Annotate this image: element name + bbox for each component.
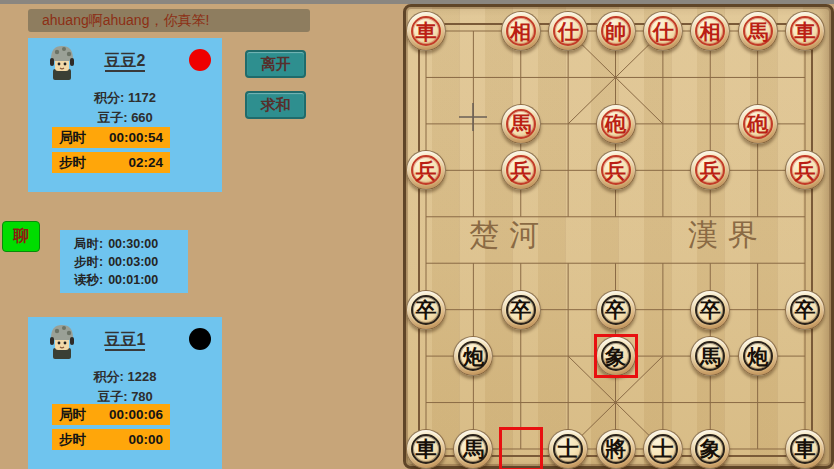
player-top-side-dot: [189, 49, 211, 71]
piece-character: 馬: [502, 105, 540, 143]
rule-move-time: 步时:00:03:00: [74, 253, 188, 271]
piece-character: 兵: [786, 151, 824, 189]
player-bottom-game-timer: 局时 00:00:06: [52, 404, 170, 425]
piece-character: 卒: [597, 291, 635, 329]
piece-character: 士: [644, 430, 682, 468]
piece-character: 卒: [502, 291, 540, 329]
move-timer-label: 步时: [59, 154, 86, 172]
piece-character: 仕: [644, 12, 682, 50]
piece-character: 帥: [597, 12, 635, 50]
piece-character: 馬: [454, 430, 492, 468]
game-timer-value: 00:00:06: [109, 407, 163, 422]
score-value: 1172: [128, 90, 156, 105]
piece-red-soldier[interactable]: 兵: [785, 150, 825, 190]
beans-value: 780: [131, 389, 153, 404]
last-move-to-highlight: [594, 334, 638, 378]
piece-character: 卒: [691, 291, 729, 329]
piece-black-soldier[interactable]: 卒: [501, 290, 541, 330]
game-timer-label: 局时: [59, 129, 86, 147]
leave-button[interactable]: 离开: [245, 50, 306, 78]
xiangqi-game-screen: ahuang啊ahuang，你真笨! 豆豆2 积分: 1172 豆子: 660 …: [0, 0, 834, 469]
move-timer-label: 步时: [59, 431, 86, 449]
piece-character: 車: [407, 12, 445, 50]
piece-red-elephant[interactable]: 相: [501, 11, 541, 51]
piece-character: 馬: [691, 337, 729, 375]
rule-label: 步时:: [74, 255, 103, 269]
piece-black-chariot[interactable]: 車: [406, 429, 446, 469]
chat-message-text: ahuang啊ahuang，你真笨!: [42, 12, 209, 30]
piece-character: 砲: [739, 105, 777, 143]
piece-red-advisor[interactable]: 仕: [548, 11, 588, 51]
player-top-move-timer: 步时 02:24: [52, 152, 170, 173]
piece-black-soldier[interactable]: 卒: [690, 290, 730, 330]
rule-value: 00:30:00: [108, 237, 158, 251]
player-top-beans-row: 豆子: 660: [28, 109, 222, 127]
piece-red-general[interactable]: 帥: [596, 11, 636, 51]
rule-value: 00:03:00: [108, 255, 158, 269]
piece-black-advisor[interactable]: 士: [548, 429, 588, 469]
player-bottom-side-dot: [189, 328, 211, 350]
piece-black-chariot[interactable]: 車: [785, 429, 825, 469]
piece-character: 士: [549, 430, 587, 468]
player-top-name-text: 豆豆2: [105, 52, 146, 72]
rule-byoyomi-time: 读秒:00:01:00: [74, 271, 188, 289]
piece-red-advisor[interactable]: 仕: [643, 11, 683, 51]
player-bottom-score-row: 积分: 1228: [28, 368, 222, 386]
river-label-right: 漢界: [688, 217, 768, 252]
player-top-score-row: 积分: 1172: [28, 89, 222, 107]
game-timer-label: 局时: [59, 406, 86, 424]
beans-label: 豆子:: [97, 110, 127, 125]
chat-message-banner: ahuang啊ahuang，你真笨!: [28, 9, 310, 32]
piece-character: 兵: [407, 151, 445, 189]
score-label: 积分:: [94, 90, 124, 105]
piece-black-soldier[interactable]: 卒: [785, 290, 825, 330]
rule-label: 局时:: [74, 237, 103, 251]
piece-red-chariot[interactable]: 車: [785, 11, 825, 51]
score-label: 积分:: [94, 369, 124, 384]
cursor-crosshair: [459, 103, 487, 131]
rule-label: 读秒:: [74, 273, 103, 287]
player-bottom-name-text: 豆豆1: [105, 331, 146, 351]
move-timer-value: 02:24: [128, 155, 163, 170]
piece-black-soldier[interactable]: 卒: [596, 290, 636, 330]
xiangqi-board[interactable]: 楚河漢界車相仕帥仕相馬車馬砲砲兵兵兵兵兵卒卒卒卒卒炮象馬炮車馬士將士象車: [403, 4, 834, 469]
piece-red-cannon[interactable]: 砲: [596, 104, 636, 144]
piece-black-soldier[interactable]: 卒: [406, 290, 446, 330]
piece-red-horse[interactable]: 馬: [738, 11, 778, 51]
piece-black-horse[interactable]: 馬: [453, 429, 493, 469]
move-timer-value: 00:00: [128, 432, 163, 447]
piece-black-general[interactable]: 將: [596, 429, 636, 469]
piece-black-advisor[interactable]: 士: [643, 429, 683, 469]
piece-character: 兵: [691, 151, 729, 189]
player-top-game-timer: 局时 00:00:54: [52, 127, 170, 148]
chat-button[interactable]: 聊: [2, 221, 40, 252]
score-value: 1228: [128, 369, 157, 384]
piece-character: 相: [691, 12, 729, 50]
piece-black-horse[interactable]: 馬: [690, 336, 730, 376]
game-timer-value: 00:00:54: [109, 130, 163, 145]
piece-black-cannon[interactable]: 炮: [738, 336, 778, 376]
piece-character: 兵: [502, 151, 540, 189]
piece-character: 車: [407, 430, 445, 468]
piece-character: 將: [597, 430, 635, 468]
piece-character: 卒: [786, 291, 824, 329]
piece-red-soldier[interactable]: 兵: [690, 150, 730, 190]
offer-draw-button[interactable]: 求和: [245, 91, 306, 119]
piece-red-elephant[interactable]: 相: [690, 11, 730, 51]
piece-character: 卒: [407, 291, 445, 329]
piece-black-cannon[interactable]: 炮: [453, 336, 493, 376]
beans-value: 660: [131, 110, 153, 125]
piece-character: 車: [786, 430, 824, 468]
piece-black-elephant[interactable]: 象: [690, 429, 730, 469]
piece-red-cannon[interactable]: 砲: [738, 104, 778, 144]
player-panel-bottom: 豆豆1 积分: 1228 豆子: 780 局时 00:00:06 步时 00:0…: [28, 317, 222, 469]
beans-label: 豆子:: [97, 389, 127, 404]
board-grid: 楚河漢界: [406, 7, 831, 466]
piece-character: 兵: [597, 151, 635, 189]
piece-red-chariot[interactable]: 車: [406, 11, 446, 51]
piece-red-soldier[interactable]: 兵: [596, 150, 636, 190]
piece-character: 馬: [739, 12, 777, 50]
piece-character: 砲: [597, 105, 635, 143]
piece-character: 炮: [739, 337, 777, 375]
piece-character: 象: [691, 430, 729, 468]
piece-character: 炮: [454, 337, 492, 375]
river-label-left: 楚河: [469, 217, 549, 252]
window-top-strip: [0, 0, 834, 4]
piece-red-horse[interactable]: 馬: [501, 104, 541, 144]
piece-character: 車: [786, 12, 824, 50]
player-panel-top: 豆豆2 积分: 1172 豆子: 660 局时 00:00:54 步时 02:2…: [28, 38, 222, 192]
piece-character: 相: [502, 12, 540, 50]
rule-value: 00:01:00: [108, 273, 158, 287]
piece-red-soldier[interactable]: 兵: [406, 150, 446, 190]
piece-red-soldier[interactable]: 兵: [501, 150, 541, 190]
player-bottom-move-timer: 步时 00:00: [52, 429, 170, 450]
last-move-from-highlight: [499, 427, 543, 469]
piece-character: 仕: [549, 12, 587, 50]
time-rules-panel: 局时:00:30:00 步时:00:03:00 读秒:00:01:00: [60, 230, 188, 293]
rule-game-time: 局时:00:30:00: [74, 235, 188, 253]
